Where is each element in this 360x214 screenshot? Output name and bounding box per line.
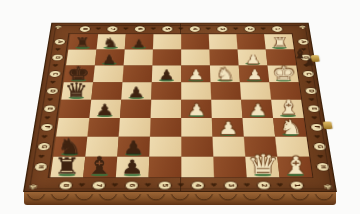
square-f7 — [87, 118, 120, 137]
piece-white-pawn-b2: ♟ — [239, 53, 268, 65]
square-a5 — [153, 34, 181, 49]
square-d3 — [211, 82, 242, 99]
coordinate-label-bottom-5: 5 — [159, 181, 171, 189]
coordinate-label-top-5: 5 — [162, 26, 172, 31]
square-f3: ♟ — [212, 118, 244, 137]
square-c7 — [93, 66, 124, 83]
scroll-ornament: ♥ — [243, 182, 250, 187]
felt-base — [69, 96, 85, 99]
felt-base — [249, 114, 265, 117]
coordinate-label-top-8: 8 — [80, 26, 91, 31]
square-a2 — [236, 34, 265, 49]
piece-black-queen-d8: ♛ — [61, 80, 91, 100]
piece-black-pawn-g6: ♟ — [117, 138, 149, 156]
scroll-ornament: ♥ — [38, 154, 46, 159]
scroll-ornament: ♥ — [49, 80, 56, 84]
scroll-ornament: ♥ — [47, 98, 54, 102]
square-g3 — [213, 137, 246, 157]
square-b5 — [152, 50, 181, 66]
square-d4 — [181, 82, 211, 99]
corner-rosette: ✾ — [28, 184, 38, 191]
coordinate-label-left-H: H — [34, 163, 47, 170]
coordinate-label-top-1: 1 — [272, 26, 283, 31]
square-f5 — [150, 118, 181, 137]
board-perspective-wrapper: ♜♞♟♜♟♟♚♟♟♞♟♚♛♟♟♟♟♝♟♞♞♟♜♝♟♛♝ 88AA77BB66CC… — [23, 23, 337, 192]
square-b3 — [209, 50, 238, 66]
square-c4: ♟ — [181, 66, 210, 83]
scroll-ornament: ♥ — [95, 27, 101, 31]
square-a4 — [181, 34, 209, 49]
square-h8: ♜ — [50, 157, 85, 178]
square-c6 — [122, 66, 152, 83]
square-e7: ♟ — [89, 100, 121, 118]
scroll-ornament: ♥ — [150, 27, 156, 31]
square-g7 — [85, 137, 118, 157]
piece-black-pawn-b7: ♟ — [95, 53, 124, 65]
square-c2: ♟ — [239, 66, 270, 83]
square-f4 — [181, 118, 212, 137]
scroll-ornament: ♥ — [205, 27, 211, 31]
coordinate-label-top-2: 2 — [245, 26, 255, 31]
square-d7 — [91, 82, 122, 99]
square-e5 — [151, 100, 182, 118]
felt-base — [287, 173, 304, 176]
felt-base — [189, 114, 205, 117]
scroll-ornament: ♥ — [317, 154, 325, 159]
piece-black-pawn-e7: ♟ — [89, 102, 120, 118]
square-d6: ♟ — [121, 82, 152, 99]
scroll-ornament: ♥ — [300, 48, 307, 52]
square-a6: ♟ — [125, 34, 154, 49]
square-d2 — [240, 82, 271, 99]
scroll-ornament: ♥ — [276, 182, 284, 187]
piece-white-pawn-c2: ♟ — [240, 69, 269, 83]
coordinate-label-bottom-3: 3 — [225, 181, 237, 189]
piece-white-king-c1: ♚ — [269, 63, 298, 83]
felt-base — [128, 96, 144, 99]
piece-black-knight-a7: ♞ — [97, 36, 125, 49]
scroll-ornament: ♥ — [41, 135, 48, 140]
square-f6 — [119, 118, 151, 137]
square-b2: ♟ — [238, 50, 268, 66]
square-b6 — [124, 50, 153, 66]
felt-base — [254, 173, 271, 176]
coordinate-label-left-B: B — [51, 55, 62, 61]
felt-base — [75, 46, 90, 49]
square-g6: ♟ — [117, 137, 150, 157]
scroll-ornament: ♥ — [52, 64, 59, 68]
square-c1: ♚ — [267, 66, 298, 83]
square-f8 — [56, 118, 89, 137]
coordinate-label-right-G: G — [313, 143, 326, 150]
square-e4: ♟ — [181, 100, 212, 118]
felt-base — [61, 152, 78, 155]
coordinate-label-left-F: F — [40, 124, 52, 131]
board-front-edge — [24, 191, 336, 205]
square-a8: ♜ — [68, 34, 98, 49]
piece-white-pawn-e2: ♟ — [242, 102, 273, 118]
felt-base — [103, 46, 118, 49]
felt-base — [280, 114, 296, 117]
coordinate-label-left-E: E — [43, 105, 55, 112]
square-h4 — [181, 157, 214, 178]
felt-base — [247, 79, 262, 82]
square-b4 — [181, 50, 210, 66]
felt-base — [124, 173, 141, 176]
chess-set-photo: ♜♞♟♜♟♟♚♟♟♞♟♚♛♟♟♟♟♝♟♞♞♟♜♝♟♛♝ 88AA77BB66CC… — [0, 0, 360, 214]
square-d8: ♛ — [61, 82, 93, 99]
scroll-ornament: ♥ — [78, 182, 86, 187]
coordinate-label-top-4: 4 — [190, 26, 200, 31]
scroll-ornament: ♥ — [44, 116, 51, 120]
square-h2: ♛ — [245, 157, 279, 178]
felt-base — [91, 173, 108, 176]
piece-black-rook-a8: ♜ — [68, 36, 96, 49]
coordinate-label-right-H: H — [316, 163, 329, 170]
piece-black-pawn-a6: ♟ — [125, 38, 153, 49]
square-h1: ♝ — [277, 157, 312, 178]
piece-white-pawn-c4: ♟ — [181, 69, 210, 83]
scroll-ornament: ♥ — [311, 116, 318, 120]
coordinate-label-right-E: E — [307, 105, 319, 112]
piece-white-rook-a1: ♜ — [266, 36, 294, 49]
square-c3: ♞ — [210, 66, 240, 83]
coordinate-label-bottom-1: 1 — [290, 181, 303, 189]
square-d1 — [269, 82, 301, 99]
coordinate-label-left-C: C — [49, 71, 60, 77]
scroll-ornament: ♥ — [260, 27, 266, 31]
coordinate-label-bottom-2: 2 — [258, 181, 271, 189]
square-h5 — [149, 157, 182, 178]
square-e8 — [59, 100, 92, 118]
piece-black-pawn-h6: ♟ — [116, 158, 149, 177]
square-a1: ♜ — [264, 34, 294, 49]
felt-base — [125, 152, 142, 155]
square-b7: ♟ — [95, 50, 125, 66]
piece-white-queen-h2: ♛ — [247, 150, 280, 177]
coordinate-label-left-G: G — [37, 143, 49, 150]
square-e2: ♟ — [241, 100, 273, 118]
coordinate-label-top-6: 6 — [135, 26, 145, 31]
felt-base — [97, 114, 113, 117]
piece-black-rook-h8: ♜ — [50, 155, 83, 177]
scroll-ornament: ♥ — [308, 98, 315, 102]
square-a7: ♞ — [97, 34, 126, 49]
square-f1: ♞ — [273, 118, 306, 137]
board-frame: ♜♞♟♜♟♟♚♟♟♞♟♚♛♟♟♟♟♝♟♞♞♟♜♝♟♛♝ 88AA77BB66CC… — [23, 23, 337, 192]
felt-base — [159, 79, 174, 82]
corner-rosette: ✾ — [323, 184, 333, 191]
piece-white-bishop-h1: ♝ — [280, 154, 313, 178]
coordinate-label-left-D: D — [46, 88, 58, 94]
scroll-ornament: ♥ — [123, 27, 129, 31]
piece-black-bishop-h7: ♝ — [83, 154, 116, 178]
carved-wave-ornament — [24, 194, 336, 203]
square-e6 — [120, 100, 151, 118]
coordinate-label-top-7: 7 — [107, 26, 117, 31]
square-g1 — [275, 137, 309, 157]
coordinate-label-bottom-4: 4 — [192, 181, 204, 189]
felt-base — [102, 62, 117, 65]
piece-white-knight-f1: ♞ — [275, 117, 306, 137]
coordinate-label-top-3: 3 — [217, 26, 227, 31]
coordinate-label-right-A: A — [297, 39, 308, 45]
felt-base — [245, 62, 260, 65]
corner-rosette: ✾ — [54, 25, 62, 30]
coordinate-label-bottom-7: 7 — [93, 181, 106, 189]
piece-black-pawn-d6: ♟ — [121, 85, 151, 100]
coordinate-label-right-D: D — [305, 88, 317, 94]
felt-base — [272, 46, 287, 49]
square-g8: ♞ — [53, 137, 87, 157]
brass-hinge-lower — [323, 122, 333, 130]
felt-base — [132, 46, 147, 49]
scroll-ornament: ♥ — [54, 48, 61, 52]
coordinate-label-left-A: A — [54, 39, 65, 45]
scroll-ornament: ♥ — [178, 27, 184, 31]
felt-base — [220, 133, 236, 136]
piece-white-knight-c3: ♞ — [211, 66, 240, 82]
scroll-ornament: ♥ — [144, 182, 151, 187]
square-g4 — [181, 137, 213, 157]
square-c8: ♚ — [64, 66, 95, 83]
scroll-ornament: ♥ — [177, 182, 184, 187]
scroll-ornament: ♥ — [233, 27, 239, 31]
piece-black-king-c8: ♚ — [64, 63, 93, 83]
coordinate-label-right-C: C — [302, 71, 313, 77]
square-h6: ♟ — [116, 157, 149, 178]
piece-black-pawn-c5: ♟ — [152, 69, 181, 83]
felt-base — [276, 79, 292, 82]
square-c5: ♟ — [152, 66, 181, 83]
coordinate-label-right-F: F — [310, 124, 322, 131]
scroll-ornament: ♥ — [314, 135, 321, 140]
scroll-ornament: ♥ — [305, 80, 312, 84]
square-d5 — [151, 82, 181, 99]
chess-board: ♜♞♟♜♟♟♚♟♟♞♟♚♛♟♟♟♟♝♟♞♞♟♜♝♟♛♝ — [50, 34, 312, 177]
square-g5 — [149, 137, 181, 157]
square-h3 — [213, 157, 246, 178]
square-h7: ♝ — [83, 157, 117, 178]
square-b8 — [66, 50, 96, 66]
coordinate-label-bottom-6: 6 — [126, 181, 138, 189]
felt-base — [188, 79, 203, 82]
scroll-ornament: ♥ — [303, 64, 310, 68]
square-e1: ♝ — [271, 100, 304, 118]
square-g2 — [244, 137, 277, 157]
felt-base — [71, 79, 87, 82]
square-a3 — [209, 34, 238, 49]
piece-white-pawn-e4: ♟ — [181, 102, 212, 118]
scroll-ornament: ♥ — [111, 182, 118, 187]
square-e3 — [211, 100, 242, 118]
square-f2 — [242, 118, 275, 137]
corner-rosette: ✾ — [299, 25, 307, 30]
felt-base — [217, 79, 232, 82]
felt-base — [282, 133, 299, 136]
felt-base — [58, 173, 75, 176]
coordinate-label-bottom-8: 8 — [59, 181, 72, 189]
scroll-ornament: ♥ — [210, 182, 217, 187]
